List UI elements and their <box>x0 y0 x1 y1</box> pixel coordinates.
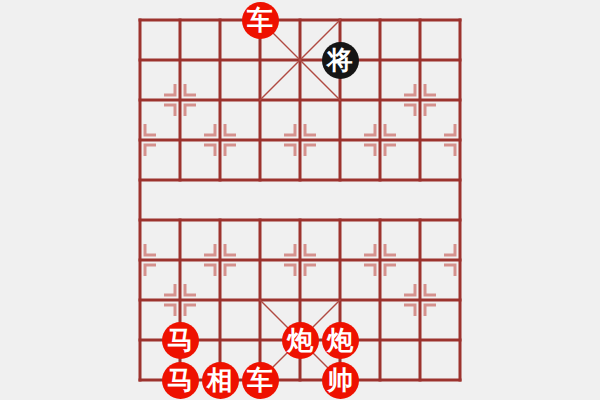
piece-black-general[interactable]: 将 <box>322 42 359 79</box>
piece-red-cannon[interactable]: 炮 <box>282 322 319 359</box>
xiangqi-board[interactable]: 车将马炮炮马相车帅 <box>0 0 600 400</box>
piece-red-horse[interactable]: 马 <box>162 322 199 359</box>
piece-red-horse[interactable]: 马 <box>162 362 199 399</box>
piece-red-chariot[interactable]: 车 <box>242 2 279 39</box>
piece-layer: 车将马炮炮马相车帅 <box>120 0 480 400</box>
piece-red-elephant[interactable]: 相 <box>202 362 239 399</box>
piece-red-cannon[interactable]: 炮 <box>322 322 359 359</box>
piece-red-general[interactable]: 帅 <box>322 362 359 399</box>
piece-red-chariot[interactable]: 车 <box>242 362 279 399</box>
